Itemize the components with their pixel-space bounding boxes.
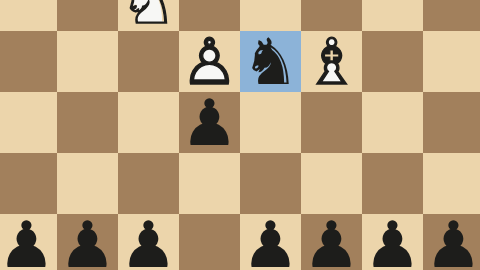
black-knight[interactable]: ♞ xyxy=(240,31,301,92)
black-pawn-glyph: ♟ xyxy=(240,214,301,270)
white-bishop-outline: ♗ xyxy=(301,31,362,92)
chess-board-viewport: ♜♖♚♔♛♕♝♗♞♘♜♖♟♙♟♙♟♙♟♙♟♙♟♙♟♙♞♘♟♙♞♝♗♟♟♟♟♟♟♟… xyxy=(0,0,480,270)
square-b6[interactable] xyxy=(362,153,423,214)
square-e7[interactable] xyxy=(179,214,240,270)
square-g3[interactable] xyxy=(57,0,118,31)
black-pawn-glyph: ♟ xyxy=(362,214,423,270)
square-a3[interactable] xyxy=(423,0,480,31)
white-knight[interactable]: ♞♘ xyxy=(118,0,179,31)
black-pawn[interactable]: ♟ xyxy=(179,92,240,153)
white-pawn-outline: ♙ xyxy=(179,31,240,92)
square-f7[interactable]: ♟ xyxy=(118,214,179,270)
square-f5[interactable] xyxy=(118,92,179,153)
square-f6[interactable] xyxy=(118,153,179,214)
black-pawn[interactable]: ♟ xyxy=(118,214,179,270)
black-pawn-glyph: ♟ xyxy=(301,214,362,270)
square-g4[interactable] xyxy=(57,31,118,92)
white-knight-outline: ♘ xyxy=(118,0,179,31)
square-b5[interactable] xyxy=(362,92,423,153)
square-g5[interactable] xyxy=(57,92,118,153)
square-a7[interactable]: ♟ xyxy=(423,214,480,270)
square-g7[interactable]: ♟ xyxy=(57,214,118,270)
black-knight-glyph: ♞ xyxy=(240,31,301,92)
chess-board[interactable]: ♜♖♚♔♛♕♝♗♞♘♜♖♟♙♟♙♟♙♟♙♟♙♟♙♟♙♞♘♟♙♞♝♗♟♟♟♟♟♟♟… xyxy=(0,0,480,270)
white-pawn[interactable]: ♟♙ xyxy=(179,31,240,92)
square-h5[interactable] xyxy=(0,92,57,153)
square-e6[interactable] xyxy=(179,153,240,214)
black-pawn-glyph: ♟ xyxy=(57,214,118,270)
black-pawn[interactable]: ♟ xyxy=(362,214,423,270)
square-e5[interactable]: ♟ xyxy=(179,92,240,153)
black-pawn-glyph: ♟ xyxy=(0,214,57,270)
square-c5[interactable] xyxy=(301,92,362,153)
square-c6[interactable] xyxy=(301,153,362,214)
square-b7[interactable]: ♟ xyxy=(362,214,423,270)
square-c4[interactable]: ♝♗ xyxy=(301,31,362,92)
black-pawn[interactable]: ♟ xyxy=(301,214,362,270)
square-h4[interactable] xyxy=(0,31,57,92)
black-pawn[interactable]: ♟ xyxy=(240,214,301,270)
black-pawn-glyph: ♟ xyxy=(423,214,480,270)
square-c7[interactable]: ♟ xyxy=(301,214,362,270)
black-pawn[interactable]: ♟ xyxy=(423,214,480,270)
square-f3[interactable]: ♞♘ xyxy=(118,0,179,31)
square-d7[interactable]: ♟ xyxy=(240,214,301,270)
square-d4[interactable]: ♞ xyxy=(240,31,301,92)
square-d5[interactable] xyxy=(240,92,301,153)
square-f4[interactable] xyxy=(118,31,179,92)
square-a5[interactable] xyxy=(423,92,480,153)
square-b4[interactable] xyxy=(362,31,423,92)
black-pawn[interactable]: ♟ xyxy=(0,214,57,270)
square-a6[interactable] xyxy=(423,153,480,214)
black-pawn[interactable]: ♟ xyxy=(57,214,118,270)
black-pawn-glyph: ♟ xyxy=(179,92,240,153)
square-h3[interactable] xyxy=(0,0,57,31)
square-h6[interactable] xyxy=(0,153,57,214)
square-d6[interactable] xyxy=(240,153,301,214)
square-h7[interactable]: ♟ xyxy=(0,214,57,270)
black-pawn-glyph: ♟ xyxy=(118,214,179,270)
square-b3[interactable] xyxy=(362,0,423,31)
square-e4[interactable]: ♟♙ xyxy=(179,31,240,92)
square-g6[interactable] xyxy=(57,153,118,214)
white-bishop[interactable]: ♝♗ xyxy=(301,31,362,92)
square-a4[interactable] xyxy=(423,31,480,92)
